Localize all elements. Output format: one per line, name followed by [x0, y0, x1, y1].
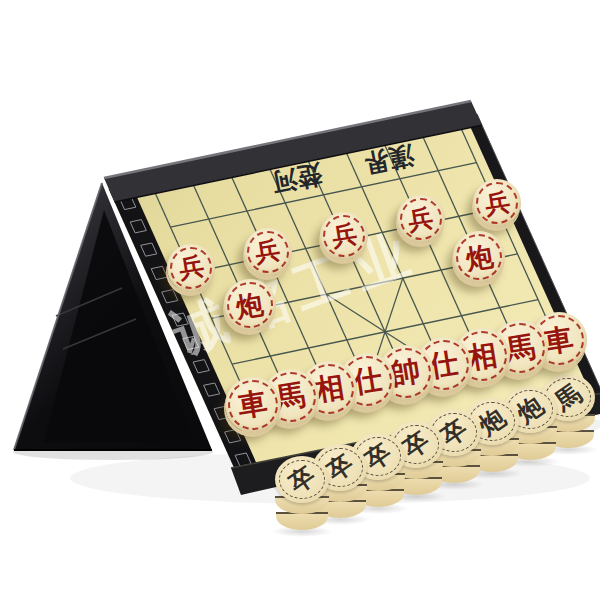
black-piece-stack-1[interactable]: 卒	[275, 456, 329, 530]
red-piece-file3-row4[interactable]: 兵	[244, 228, 292, 276]
piece-character: 炮	[234, 290, 265, 321]
piece-character: 兵	[253, 237, 282, 266]
red-piece-file5-row4[interactable]: 兵	[320, 212, 368, 260]
red-piece-file1-row1[interactable]: 車	[225, 377, 281, 433]
piece-character: 兵	[483, 189, 512, 218]
piece-character: 炮	[464, 242, 495, 273]
red-piece-file8-row3[interactable]: 炮	[453, 231, 505, 283]
piece-character: 兵	[330, 221, 359, 250]
piece-character: 兵	[177, 253, 206, 282]
red-piece-file9-row4[interactable]: 兵	[473, 179, 521, 227]
stack-top-piece: 卒	[275, 456, 329, 503]
piece-character: 兵	[406, 205, 435, 234]
stack-piece-side	[276, 512, 328, 530]
red-piece-file7-row4[interactable]: 兵	[397, 195, 445, 243]
piece-character: 車	[236, 388, 269, 421]
red-piece-file2-row3[interactable]: 炮	[224, 279, 276, 331]
red-piece-file1-row4[interactable]: 兵	[167, 244, 215, 292]
product-photo: 楚河 漢界 車馬相仕帥仕相馬車炮炮兵兵兵兵兵卒卒卒卒卒炮炮馬 诚铭工业	[0, 0, 600, 600]
